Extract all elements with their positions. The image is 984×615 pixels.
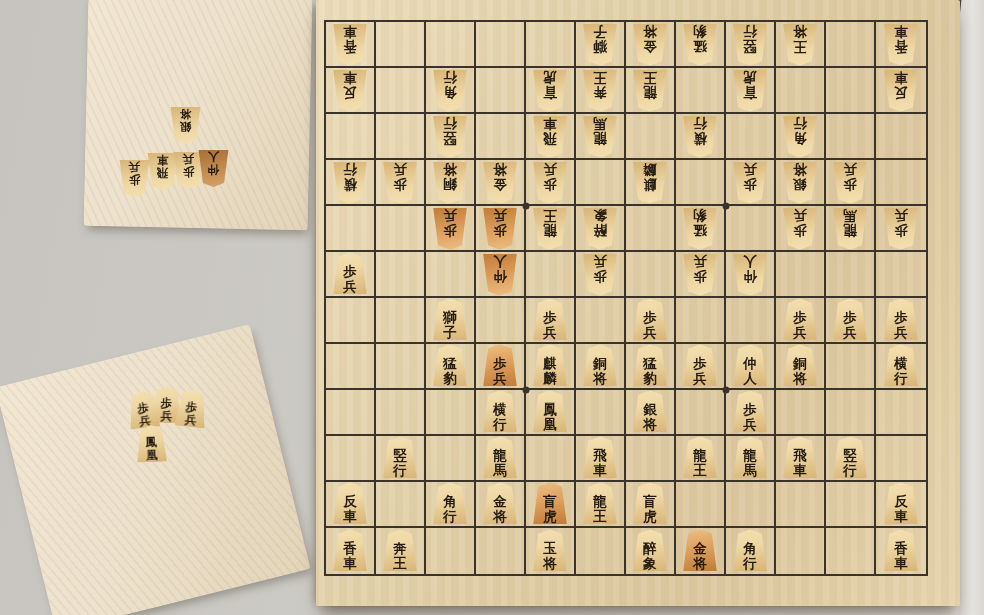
shogi-piece-龍馬[interactable]: 龍馬	[583, 116, 618, 158]
board-cell-r4c12[interactable]	[876, 160, 926, 206]
piece-kanji: 歩	[161, 397, 173, 410]
shogi-piece-仲人[interactable]: 仲人	[483, 254, 518, 296]
shogi-piece-歩兵[interactable]: 歩兵	[783, 208, 818, 250]
shogi-piece-盲虎[interactable]: 盲虎	[633, 482, 668, 524]
board-cell-r6c10[interactable]	[776, 252, 826, 298]
piece-kanji: 歩	[793, 223, 807, 238]
board-cell-r8c11[interactable]	[826, 344, 876, 390]
board-cell-r3c9[interactable]	[726, 114, 776, 160]
board-cell-r12c6[interactable]	[576, 528, 626, 574]
board-cell-r11c11[interactable]	[826, 482, 876, 528]
chu-shogi-board: 香車獅子金将猛豹竪行王将香車反車角行盲虎奔王龍王盲虎反車竪行飛車龍馬横行角行横行…	[316, 0, 960, 606]
board-cell-r12c1[interactable]: 香車	[326, 528, 376, 574]
board-cell-r5c10[interactable]: 歩兵	[776, 206, 826, 252]
piece-kanji: 仲	[743, 269, 757, 284]
board-cell-r5c1[interactable]	[326, 206, 376, 252]
board-cell-r8c6[interactable]: 銅将	[576, 344, 626, 390]
shogi-piece-竪行[interactable]: 竪行	[833, 436, 868, 478]
piece-kanji: 歩	[843, 310, 857, 325]
board-cell-r5c4[interactable]: 歩兵	[476, 206, 526, 252]
piece-kanji: 麟	[643, 163, 657, 178]
board-cell-r1c7[interactable]: 金将	[626, 22, 676, 68]
shogi-piece-香車[interactable]: 香車	[884, 24, 919, 66]
piece-kanji: 麒	[643, 177, 657, 192]
shogi-piece-麒麟[interactable]: 麒麟	[633, 162, 668, 204]
piece-kanji: 虎	[743, 71, 757, 86]
board-cell-r8c3[interactable]: 猛豹	[426, 344, 476, 390]
piece-kanji: 飛	[157, 167, 169, 180]
board-cell-r2c11[interactable]	[826, 68, 876, 114]
shogi-piece-銅将[interactable]: 銅将	[433, 162, 468, 204]
board-cell-r8c12[interactable]: 横行	[876, 344, 926, 390]
board-cell-r4c4[interactable]: 金将	[476, 160, 526, 206]
board-cell-r5c3[interactable]: 歩兵	[426, 206, 476, 252]
piece-kanji: 将	[493, 509, 507, 523]
shogi-piece-仲人[interactable]: 仲人	[733, 344, 768, 386]
shogi-piece-盲虎[interactable]: 盲虎	[533, 70, 568, 112]
board-cell-r11c3[interactable]: 角行	[426, 482, 476, 528]
shogi-piece-猛豹[interactable]: 猛豹	[433, 344, 468, 386]
board-cell-r7c3[interactable]: 獅子	[426, 298, 476, 344]
piece-kanji: 行	[894, 371, 908, 386]
board-cell-r11c12[interactable]: 反車	[876, 482, 926, 528]
board-cell-r8c10[interactable]: 銅将	[776, 344, 826, 390]
board-cell-r5c11[interactable]: 龍馬	[826, 206, 876, 252]
board-cell-r5c2[interactable]	[376, 206, 426, 252]
piece-kanji: 兵	[593, 255, 607, 270]
piece-kanji: 兵	[743, 163, 757, 178]
board-cell-r10c1[interactable]	[326, 436, 376, 482]
piece-kanji: 虎	[543, 71, 557, 86]
board-cell-r10c10[interactable]: 飛車	[776, 436, 826, 482]
piece-kanji: 兵	[543, 325, 557, 340]
piece-kanji: 車	[894, 71, 908, 86]
board-cell-r4c7[interactable]: 麒麟	[626, 160, 676, 206]
shogi-piece-歩兵[interactable]: 歩兵	[683, 254, 718, 296]
board-cell-r12c10[interactable]	[776, 528, 826, 574]
board-cell-r3c2[interactable]	[376, 114, 426, 160]
shogi-piece-飛車[interactable]: 飛車	[783, 436, 818, 478]
piece-kanji: 龍	[593, 494, 607, 509]
piece-kanji: 兵	[493, 371, 507, 386]
shogi-piece-反車[interactable]: 反車	[884, 70, 919, 112]
shogi-piece-金将[interactable]: 金将	[633, 24, 668, 66]
board-cell-r4c6[interactable]	[576, 160, 626, 206]
shogi-piece-飛車[interactable]: 飛車	[583, 436, 618, 478]
board-cell-r3c12[interactable]	[876, 114, 926, 160]
desk-surface	[958, 0, 984, 615]
board-cell-r6c12[interactable]	[876, 252, 926, 298]
shogi-piece-鳳凰[interactable]: 鳳凰	[533, 390, 568, 432]
piece-kanji: 歩	[393, 177, 407, 192]
piece-kanji: 角	[443, 85, 457, 100]
piece-kanji: 行	[443, 509, 457, 523]
board-cell-r3c7[interactable]	[626, 114, 676, 160]
board-cell-r6c5[interactable]	[526, 252, 576, 298]
piece-kanji: 子	[593, 25, 607, 40]
piece-kanji: 兵	[843, 163, 857, 178]
shogi-piece-角行[interactable]: 角行	[783, 116, 818, 158]
board-cell-r3c11[interactable]	[826, 114, 876, 160]
board-cell-r12c12[interactable]: 香車	[876, 528, 926, 574]
board-cell-r3c10[interactable]: 角行	[776, 114, 826, 160]
shogi-piece-金将[interactable]: 金将	[683, 529, 718, 571]
board-cell-r8c9[interactable]: 仲人	[726, 344, 776, 390]
board-cell-r9c1[interactable]	[326, 390, 376, 436]
board-cell-r3c8[interactable]: 横行	[676, 114, 726, 160]
piece-kanji: 竪	[443, 131, 457, 146]
piece-kanji: 王	[393, 556, 407, 571]
piece-kanji: 行	[343, 163, 357, 178]
board-cell-r11c1[interactable]: 反車	[326, 482, 376, 528]
board-cell-r8c5[interactable]: 麒麟	[526, 344, 576, 390]
board-cell-r11c6[interactable]: 龍王	[576, 482, 626, 528]
board-cell-r10c12[interactable]	[876, 436, 926, 482]
board-cell-r1c2[interactable]	[376, 22, 426, 68]
board-cell-r6c6[interactable]: 歩兵	[576, 252, 626, 298]
piece-kanji: 豹	[693, 25, 707, 40]
board-cell-r9c4[interactable]: 横行	[476, 390, 526, 436]
board-cell-r10c11[interactable]: 竪行	[826, 436, 876, 482]
board-cell-r6c7[interactable]	[626, 252, 676, 298]
board-cell-r6c2[interactable]	[376, 252, 426, 298]
board-cell-r7c11[interactable]: 歩兵	[826, 298, 876, 344]
piece-kanji: 車	[793, 463, 807, 478]
shogi-piece-金将[interactable]: 金将	[483, 482, 518, 524]
board-cell-r9c12[interactable]	[876, 390, 926, 436]
board-cell-r1c12[interactable]: 香車	[876, 22, 926, 68]
piece-kanji: 虎	[643, 509, 657, 523]
board-cell-r2c8[interactable]	[676, 68, 726, 114]
shogi-piece-香車[interactable]: 香車	[884, 529, 919, 571]
board-cell-r2c1[interactable]: 反車	[326, 68, 376, 114]
shogi-piece-獅子[interactable]: 獅子	[433, 298, 468, 340]
piece-kanji: 馬	[493, 463, 507, 478]
piece-kanji: 獅	[593, 39, 607, 54]
piece-kanji: 車	[593, 463, 607, 478]
piece-kanji: 王	[593, 509, 607, 523]
board-cell-r7c10[interactable]: 歩兵	[776, 298, 826, 344]
hoshi-dot	[723, 387, 730, 394]
shogi-piece-歩兵[interactable]: 歩兵	[483, 208, 518, 250]
board-cell-r6c8[interactable]: 歩兵	[676, 252, 726, 298]
shogi-piece-反車[interactable]: 反車	[884, 482, 919, 524]
board-cell-r7c1[interactable]	[326, 298, 376, 344]
board-cell-r2c12[interactable]: 反車	[876, 68, 926, 114]
shogi-piece-銅将[interactable]: 銅将	[783, 344, 818, 386]
shogi-piece-反車[interactable]: 反車	[333, 70, 368, 112]
board-cell-r5c12[interactable]: 歩兵	[876, 206, 926, 252]
shogi-piece-歩兵[interactable]: 歩兵	[483, 344, 518, 386]
board-cell-r12c3[interactable]	[426, 528, 476, 574]
shogi-piece-歩兵[interactable]: 歩兵	[683, 344, 718, 386]
shogi-piece-歩兵[interactable]: 歩兵	[733, 162, 768, 204]
board-cell-r6c9[interactable]: 仲人	[726, 252, 776, 298]
shogi-piece-歩兵[interactable]: 歩兵	[383, 162, 418, 204]
shogi-piece-歩兵[interactable]: 歩兵	[833, 298, 868, 340]
piece-kanji: 王	[593, 71, 607, 86]
board-cell-r2c6[interactable]: 奔王	[576, 68, 626, 114]
board-cell-r9c3[interactable]	[426, 390, 476, 436]
board-cell-r12c11[interactable]	[826, 528, 876, 574]
shogi-piece-反車[interactable]: 反車	[333, 482, 368, 524]
piece-kanji: 行	[743, 556, 757, 571]
shogi-piece-醉象[interactable]: 醉象	[633, 529, 668, 571]
piece-kanji: 車	[894, 509, 908, 523]
board-cell-r11c5[interactable]: 盲虎	[526, 482, 576, 528]
board-cell-r9c11[interactable]	[826, 390, 876, 436]
piece-kanji: 兵	[693, 371, 707, 386]
board-cell-r1c11[interactable]	[826, 22, 876, 68]
shogi-piece-飛車[interactable]: 飛車	[533, 116, 568, 158]
board-grid: 香車獅子金将猛豹竪行王将香車反車角行盲虎奔王龍王盲虎反車竪行飛車龍馬横行角行横行…	[324, 20, 928, 576]
shogi-piece-角行[interactable]: 角行	[433, 482, 468, 524]
board-cell-r12c2[interactable]: 奔王	[376, 528, 426, 574]
board-cell-r6c11[interactable]	[826, 252, 876, 298]
shogi-piece-歩兵[interactable]: 歩兵	[833, 162, 868, 204]
board-cell-r4c2[interactable]: 歩兵	[376, 160, 426, 206]
board-cell-r7c5[interactable]: 歩兵	[526, 298, 576, 344]
shogi-piece-横行[interactable]: 横行	[483, 390, 518, 432]
piece-kanji: 車	[343, 25, 357, 40]
board-cell-r1c10[interactable]: 王将	[776, 22, 826, 68]
board-cell-r9c6[interactable]	[576, 390, 626, 436]
board-cell-r7c8[interactable]	[676, 298, 726, 344]
board-cell-r7c2[interactable]	[376, 298, 426, 344]
board-cell-r5c7[interactable]	[626, 206, 676, 252]
board-cell-r8c7[interactable]: 猛豹	[626, 344, 676, 390]
board-cell-r7c12[interactable]: 歩兵	[876, 298, 926, 344]
board-cell-r11c10[interactable]	[776, 482, 826, 528]
board-cell-r9c7[interactable]: 銀将	[626, 390, 676, 436]
shogi-piece-醉象[interactable]: 醉象	[583, 208, 618, 250]
piece-kanji: 兵	[443, 209, 457, 224]
shogi-piece-龍王[interactable]: 龍王	[633, 70, 668, 112]
board-cell-r10c9[interactable]: 龍馬	[726, 436, 776, 482]
shogi-piece-香車[interactable]: 香車	[333, 529, 368, 571]
board-cell-r7c6[interactable]	[576, 298, 626, 344]
board-cell-r3c6[interactable]: 龍馬	[576, 114, 626, 160]
piece-kanji: 兵	[793, 209, 807, 224]
shogi-piece-盲虎[interactable]: 盲虎	[733, 70, 768, 112]
board-cell-r1c1[interactable]: 香車	[326, 22, 376, 68]
shogi-piece-竪行[interactable]: 竪行	[383, 436, 418, 478]
piece-kanji: 人	[743, 371, 757, 386]
board-cell-r8c2[interactable]	[376, 344, 426, 390]
piece-kanji: 横	[693, 131, 707, 146]
board-cell-r4c8[interactable]	[676, 160, 726, 206]
board-cell-r9c9[interactable]: 歩兵	[726, 390, 776, 436]
board-cell-r4c10[interactable]: 銀将	[776, 160, 826, 206]
shogi-piece-龍馬[interactable]: 龍馬	[733, 436, 768, 478]
board-cell-r9c5[interactable]: 鳳凰	[526, 390, 576, 436]
piece-kanji: 横	[493, 402, 507, 417]
shogi-piece-角行[interactable]: 角行	[733, 529, 768, 571]
board-cell-r1c9[interactable]: 竪行	[726, 22, 776, 68]
board-cell-r5c8[interactable]: 猛豹	[676, 206, 726, 252]
shogi-piece-角行[interactable]: 角行	[433, 70, 468, 112]
board-cell-r4c3[interactable]: 銅将	[426, 160, 476, 206]
piece-kanji: 馬	[593, 117, 607, 132]
board-cell-r2c7[interactable]: 龍王	[626, 68, 676, 114]
shogi-piece-麒麟[interactable]: 麒麟	[533, 344, 568, 386]
piece-kanji: 車	[343, 556, 357, 571]
board-cell-r12c7[interactable]: 醉象	[626, 528, 676, 574]
board-cell-r11c4[interactable]: 金将	[476, 482, 526, 528]
piece-kanji: 歩	[493, 223, 507, 238]
shogi-piece-歩兵[interactable]: 歩兵	[583, 254, 618, 296]
piece-kanji: 猛	[443, 356, 457, 371]
shogi-piece-横行[interactable]: 横行	[884, 344, 919, 386]
shogi-piece-玉将[interactable]: 玉将	[533, 529, 568, 571]
shogi-piece-歩兵[interactable]: 歩兵	[433, 208, 468, 250]
board-cell-r2c10[interactable]	[776, 68, 826, 114]
shogi-piece-金将[interactable]: 金将	[483, 162, 518, 204]
board-cell-r9c10[interactable]	[776, 390, 826, 436]
board-cell-r9c8[interactable]	[676, 390, 726, 436]
shogi-piece-猛豹[interactable]: 猛豹	[683, 208, 718, 250]
shogi-piece-歩兵[interactable]: 歩兵	[884, 298, 919, 340]
board-cell-r1c3[interactable]	[426, 22, 476, 68]
shogi-piece-竪行[interactable]: 竪行	[733, 24, 768, 66]
board-cell-r6c1[interactable]: 歩兵	[326, 252, 376, 298]
shogi-piece-獅子[interactable]: 獅子	[583, 24, 618, 66]
shogi-piece-歩兵[interactable]: 歩兵	[533, 162, 568, 204]
board-cell-r7c4[interactable]	[476, 298, 526, 344]
shogi-piece-仲人[interactable]: 仲人	[733, 254, 768, 296]
board-cell-r1c6[interactable]: 獅子	[576, 22, 626, 68]
board-cell-r10c7[interactable]	[626, 436, 676, 482]
shogi-piece-龍王[interactable]: 龍王	[683, 436, 718, 478]
board-cell-r3c1[interactable]	[326, 114, 376, 160]
piece-kanji: 兵	[393, 163, 407, 178]
shogi-piece-横行[interactable]: 横行	[333, 162, 368, 204]
piece-kanji: 反	[894, 85, 908, 100]
board-cell-r10c4[interactable]: 龍馬	[476, 436, 526, 482]
piece-kanji: 歩	[183, 166, 195, 179]
shogi-piece-歩兵[interactable]: 歩兵	[733, 390, 768, 432]
piece-kanji: 金	[693, 541, 707, 556]
piece-kanji: 麟	[543, 371, 557, 386]
board-cell-r10c2[interactable]: 竪行	[376, 436, 426, 482]
shogi-piece-猛豹[interactable]: 猛豹	[683, 24, 718, 66]
shogi-piece-奔王[interactable]: 奔王	[583, 70, 618, 112]
piece-kanji: 馬	[843, 209, 857, 224]
shogi-piece-竪行[interactable]: 竪行	[433, 116, 468, 158]
shogi-piece-盲虎[interactable]: 盲虎	[533, 482, 568, 524]
piece-kanji: 歩	[894, 310, 908, 325]
board-cell-r2c4[interactable]	[476, 68, 526, 114]
board-cell-r4c5[interactable]: 歩兵	[526, 160, 576, 206]
shogi-piece-奔王[interactable]: 奔王	[383, 529, 418, 571]
piece-kanji: 人	[743, 255, 757, 270]
board-cell-r1c5[interactable]	[526, 22, 576, 68]
board-cell-r5c9[interactable]	[726, 206, 776, 252]
piece-kanji: 龍	[843, 223, 857, 238]
shogi-piece-龍馬[interactable]: 龍馬	[483, 436, 518, 478]
shogi-piece-香車[interactable]: 香車	[333, 24, 368, 66]
shogi-piece-銀将[interactable]: 銀将	[633, 390, 668, 432]
board-cell-r12c8[interactable]: 金将	[676, 528, 726, 574]
shogi-piece-龍王[interactable]: 龍王	[533, 208, 568, 250]
piece-kanji: 兵	[743, 417, 757, 432]
shogi-piece-歩兵[interactable]: 歩兵	[533, 298, 568, 340]
board-cell-r5c6[interactable]: 醉象	[576, 206, 626, 252]
board-cell-r4c1[interactable]: 横行	[326, 160, 376, 206]
shogi-piece-王将[interactable]: 王将	[783, 24, 818, 66]
piece-kanji: 猛	[693, 39, 707, 54]
board-cell-r10c3[interactable]	[426, 436, 476, 482]
piece-kanji: 獅	[443, 310, 457, 325]
board-cell-r10c5[interactable]	[526, 436, 576, 482]
shogi-piece-龍王[interactable]: 龍王	[583, 482, 618, 524]
piece-kanji: 車	[894, 25, 908, 40]
shogi-piece-歩兵[interactable]: 歩兵	[783, 298, 818, 340]
board-cell-r9c2[interactable]	[376, 390, 426, 436]
board-cell-r5c5[interactable]: 龍王	[526, 206, 576, 252]
board-cell-r2c3[interactable]: 角行	[426, 68, 476, 114]
board-cell-r7c9[interactable]	[726, 298, 776, 344]
shogi-piece-横行[interactable]: 横行	[683, 116, 718, 158]
shogi-piece-銅将[interactable]: 銅将	[583, 344, 618, 386]
board-cell-r11c7[interactable]: 盲虎	[626, 482, 676, 528]
piece-kanji: 兵	[643, 325, 657, 340]
piece-kanji: 仲	[743, 356, 757, 371]
board-cell-r10c8[interactable]: 龍王	[676, 436, 726, 482]
board-cell-r11c9[interactable]	[726, 482, 776, 528]
board-cell-r7c7[interactable]: 歩兵	[626, 298, 676, 344]
board-cell-r3c3[interactable]: 竪行	[426, 114, 476, 160]
piece-kanji: 凰	[543, 417, 557, 432]
shogi-piece-龍馬[interactable]: 龍馬	[833, 208, 868, 250]
board-cell-r2c9[interactable]: 盲虎	[726, 68, 776, 114]
board-cell-r4c9[interactable]: 歩兵	[726, 160, 776, 206]
board-cell-r3c4[interactable]	[476, 114, 526, 160]
board-cell-r1c4[interactable]	[476, 22, 526, 68]
board-cell-r2c2[interactable]	[376, 68, 426, 114]
board-cell-r6c3[interactable]	[426, 252, 476, 298]
shogi-piece-歩兵[interactable]: 歩兵	[884, 208, 919, 250]
piece-kanji: 豹	[643, 371, 657, 386]
board-cell-r6c4[interactable]: 仲人	[476, 252, 526, 298]
piece-kanji: 将	[543, 556, 557, 571]
piece-kanji: 車	[157, 154, 169, 167]
shogi-piece-歩兵[interactable]: 歩兵	[333, 252, 368, 294]
board-cell-r8c8[interactable]: 歩兵	[676, 344, 726, 390]
board-cell-r12c5[interactable]: 玉将	[526, 528, 576, 574]
board-cell-r12c4[interactable]	[476, 528, 526, 574]
board-cell-r8c1[interactable]	[326, 344, 376, 390]
board-cell-r1c8[interactable]: 猛豹	[676, 22, 726, 68]
piece-kanji: 歩	[693, 356, 707, 371]
board-cell-r11c8[interactable]	[676, 482, 726, 528]
board-cell-r12c9[interactable]: 角行	[726, 528, 776, 574]
piece-kanji: 行	[743, 25, 757, 40]
board-cell-r8c4[interactable]: 歩兵	[476, 344, 526, 390]
piece-kanji: 奔	[393, 541, 407, 556]
board-cell-r2c5[interactable]: 盲虎	[526, 68, 576, 114]
board-cell-r3c5[interactable]: 飛車	[526, 114, 576, 160]
board-cell-r11c2[interactable]	[376, 482, 426, 528]
captured-tray-bottom	[0, 324, 311, 615]
piece-kanji: 玉	[543, 541, 557, 556]
board-cell-r4c11[interactable]: 歩兵	[826, 160, 876, 206]
piece-kanji: 将	[693, 556, 707, 571]
shogi-piece-猛豹[interactable]: 猛豹	[633, 344, 668, 386]
shogi-piece-銀将[interactable]: 銀将	[783, 162, 818, 204]
board-cell-r10c6[interactable]: 飛車	[576, 436, 626, 482]
shogi-piece-歩兵[interactable]: 歩兵	[633, 298, 668, 340]
